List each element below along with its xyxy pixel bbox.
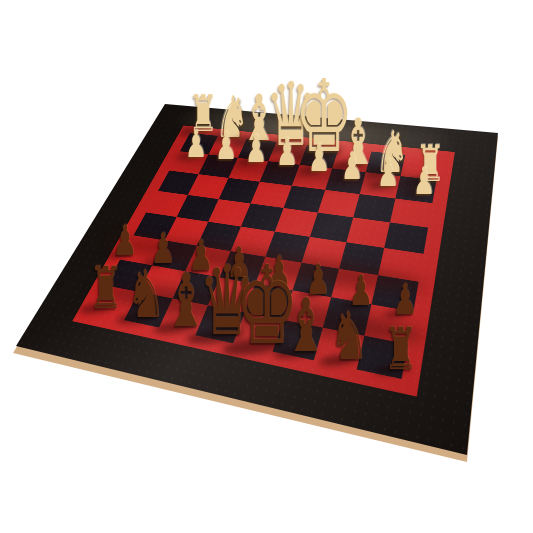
board-square	[314, 328, 365, 370]
chess-board	[16, 104, 498, 455]
board-square	[357, 336, 408, 379]
chess-set-photo: ♜♞♝♛♚♝♞♜♟♟♟♟♟♟♟♟♟♟♟♟♟♟♟♟♜♞♝♛♚♝♞♜	[0, 0, 533, 533]
board-grid	[91, 133, 441, 379]
board-red-field	[72, 125, 455, 396]
